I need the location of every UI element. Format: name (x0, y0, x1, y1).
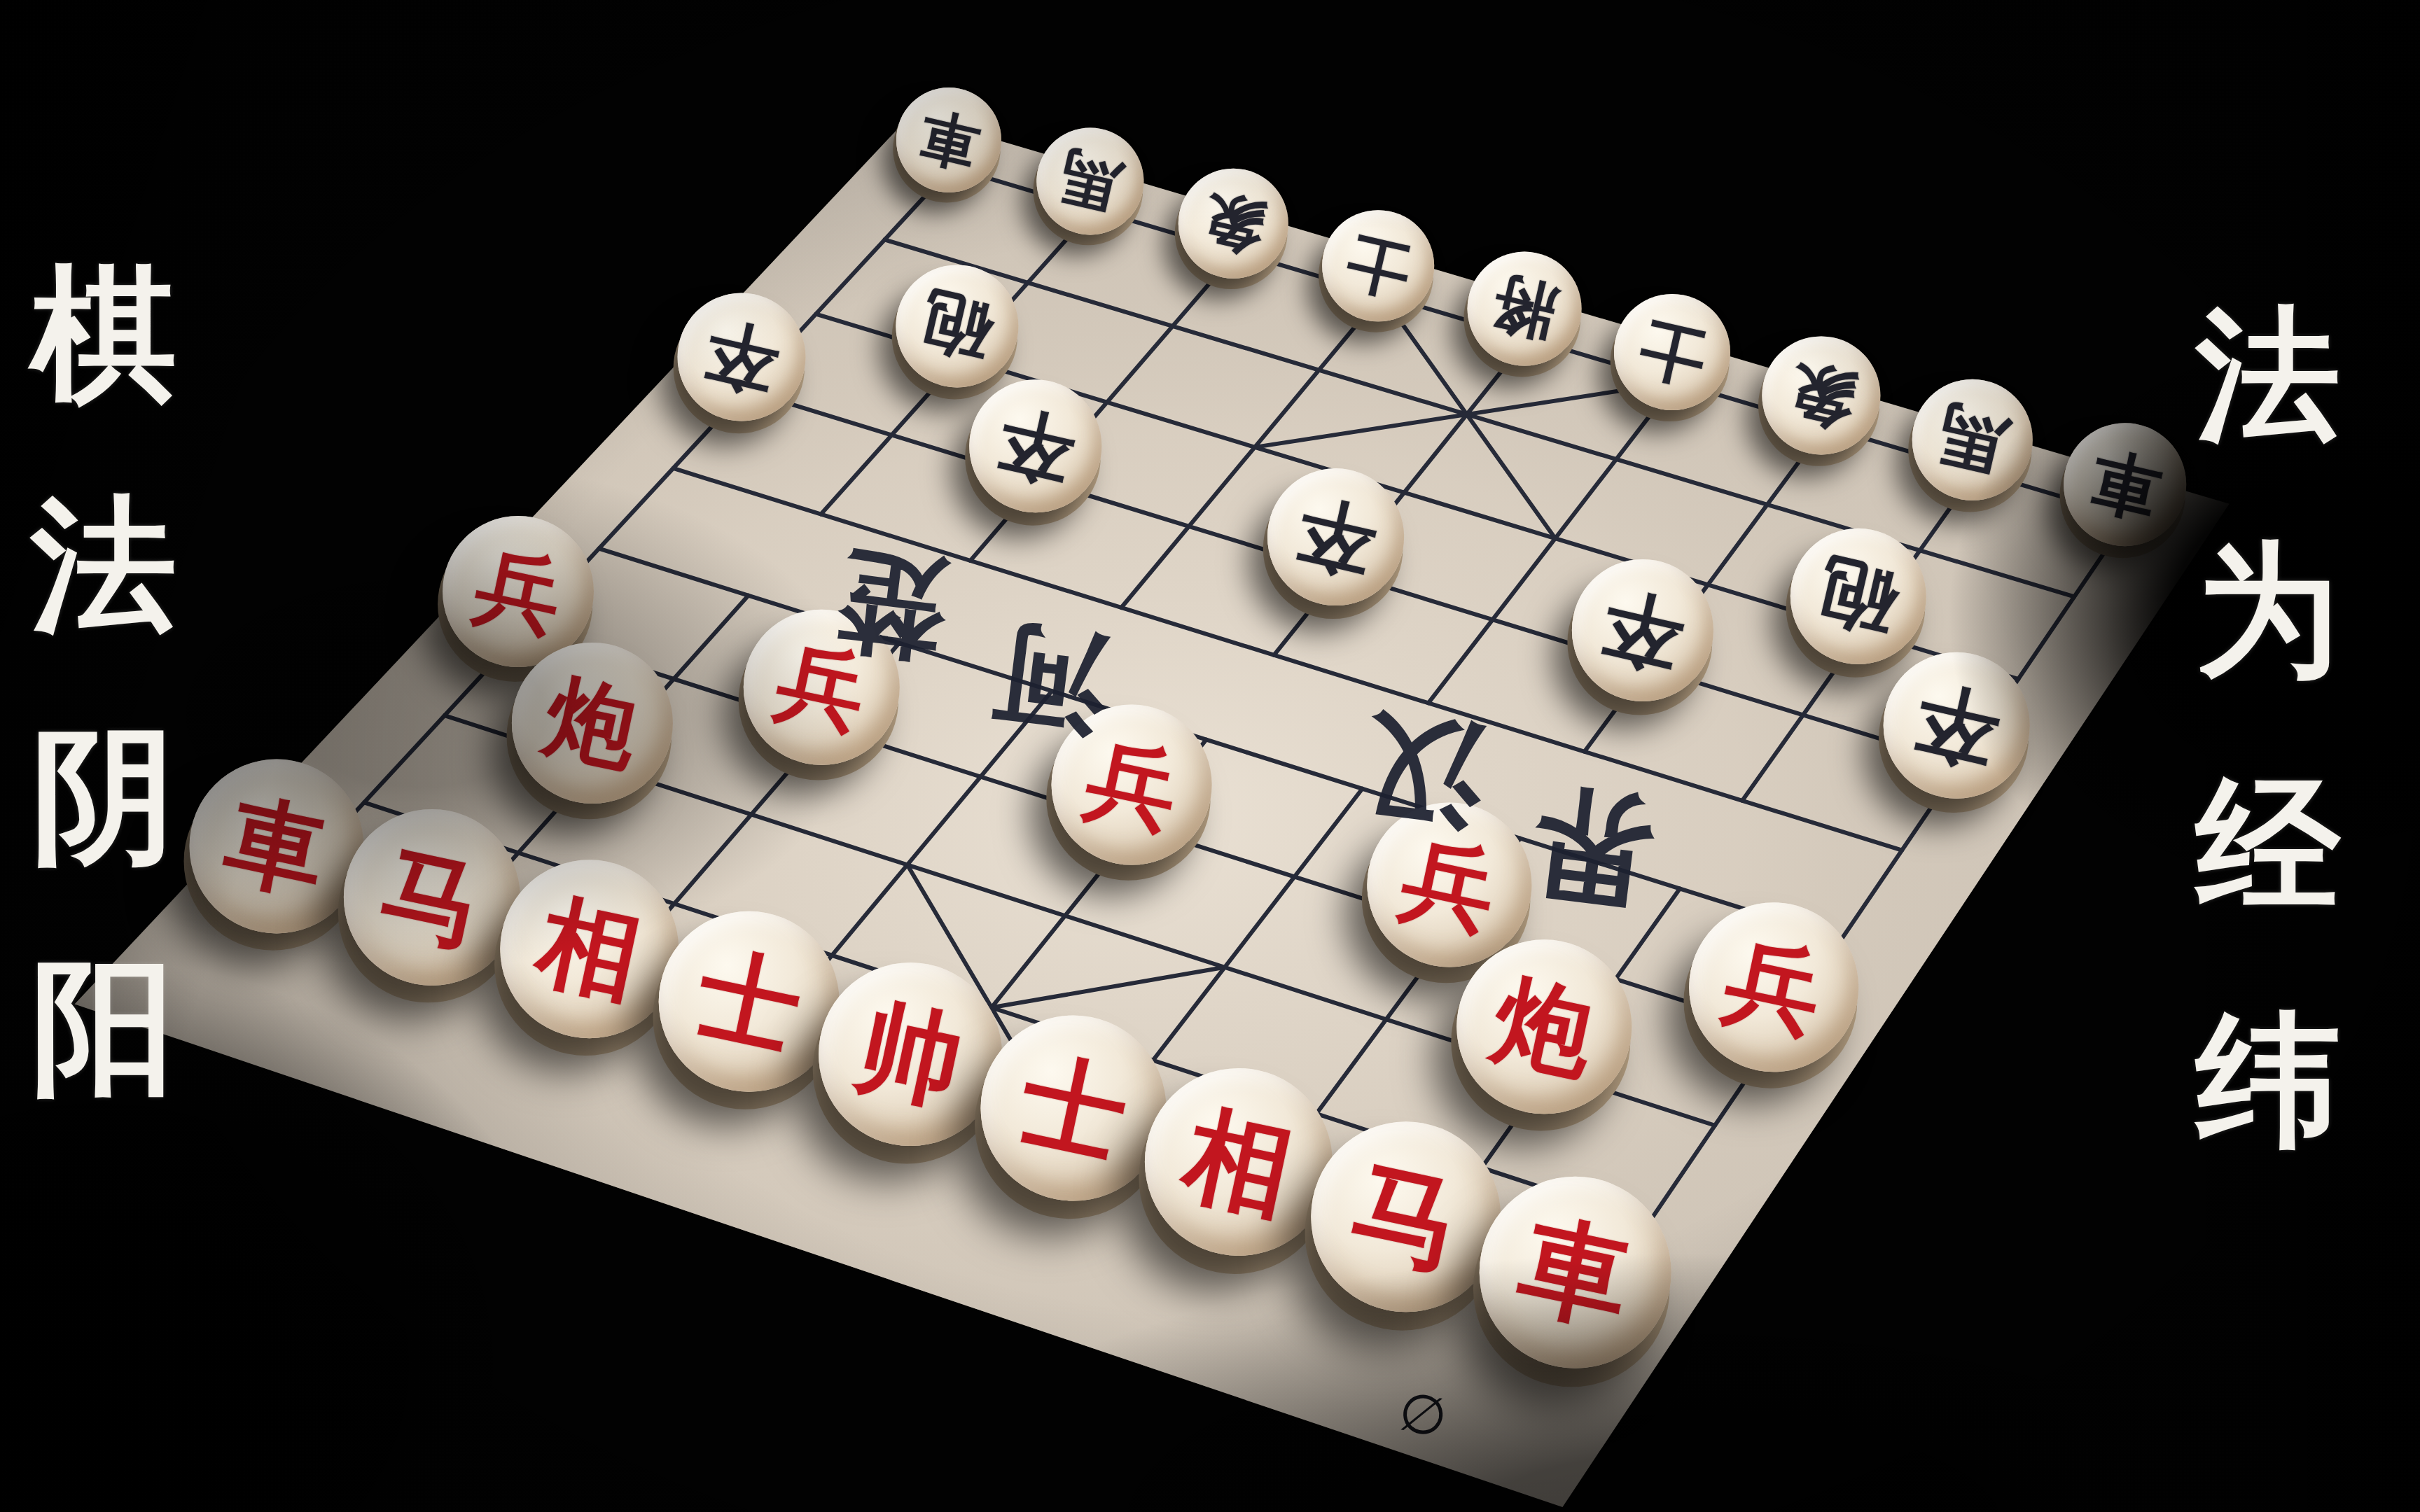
black-cannon-glyph: 砲 (916, 285, 999, 367)
red-horse-glyph: 马 (373, 839, 490, 956)
black-advisor-glyph: 士 (1633, 313, 1711, 391)
river-text-char: 汉 (1358, 706, 1489, 837)
piece-red-cannon-b3[interactable]: 炮 (512, 642, 673, 803)
piece-red-horse-h1[interactable]: 马 (1311, 1122, 1501, 1312)
calligraphy-char: 为 (2196, 538, 2340, 682)
red-soldier-glyph: 兵 (468, 541, 568, 641)
black-soldier-glyph: 卒 (699, 314, 785, 400)
piece-red-chariot-i1[interactable]: 車 (1479, 1176, 1671, 1368)
black-general-glyph: 將 (1486, 270, 1562, 346)
black-horse-glyph: 馬 (1054, 146, 1126, 218)
piece-black-soldier-a7[interactable]: 卒 (678, 293, 806, 421)
black-soldier-glyph: 卒 (991, 402, 1080, 491)
black-advisor-glyph: 士 (1341, 228, 1416, 303)
calligraphy-char: 棋 (31, 260, 176, 406)
black-elephant-glyph: 象 (1781, 356, 1861, 435)
piece-red-elephant-g1[interactable]: 相 (1145, 1068, 1333, 1256)
piece-black-general-e10[interactable]: 將 (1468, 252, 1582, 366)
piece-black-chariot-i10[interactable]: 車 (2064, 423, 2187, 547)
piece-red-elephant-c1[interactable]: 相 (500, 860, 679, 1038)
calligraphy-char: 阴 (31, 722, 176, 868)
calligraphy-char: 法 (31, 491, 176, 637)
piece-red-advisor-f1[interactable]: 士 (981, 1015, 1167, 1200)
black-soldier-glyph: 卒 (1290, 491, 1382, 583)
piece-black-soldier-c7[interactable]: 卒 (969, 379, 1101, 512)
piece-black-soldier-e7[interactable]: 卒 (1267, 468, 1405, 605)
piece-red-general-e1[interactable]: 帅 (819, 962, 1002, 1146)
right-calligraphy-fa-wei-jing-wei: 法 为 经 纬 (2196, 302, 2340, 1243)
river-text-char: 河 (989, 617, 1114, 743)
red-cannon-glyph: 炮 (1487, 969, 1603, 1085)
piece-black-soldier-g7[interactable]: 卒 (1572, 559, 1713, 701)
red-advisor-glyph: 士 (1012, 1046, 1135, 1170)
piece-red-cannon-h3[interactable]: 炮 (1457, 939, 1632, 1114)
calligraphy-char: 经 (2196, 773, 2340, 917)
black-soldier-glyph: 卒 (1907, 676, 2005, 774)
red-general-glyph: 帅 (849, 993, 971, 1115)
red-soldier-glyph: 兵 (1718, 931, 1830, 1043)
piece-red-soldier-i4[interactable]: 兵 (1690, 902, 1859, 1072)
piece-black-cannon-h8[interactable]: 砲 (1790, 528, 1926, 664)
piece-black-elephant-c10[interactable]: 象 (1178, 169, 1288, 278)
red-elephant-glyph: 相 (530, 890, 649, 1009)
piece-red-horse-b1[interactable]: 马 (344, 809, 520, 986)
piece-black-horse-h10[interactable]: 馬 (1912, 379, 2033, 500)
black-chariot-glyph: 車 (913, 105, 984, 176)
black-chariot-glyph: 車 (2084, 443, 2167, 526)
red-chariot-glyph: 車 (1512, 1208, 1639, 1336)
xiangqi-photo-scene: 車馬象士將士象馬車砲砲卒卒卒卒卒兵兵兵兵兵炮炮車马相士帅士相马車 楚河汉界∅ 棋… (0, 0, 2420, 1512)
black-cannon-glyph: 砲 (1812, 551, 1904, 643)
red-soldier-glyph: 兵 (1394, 830, 1503, 939)
left-calligraphy-qi-fa-yin-yang: 棋 法 阴 阳 (31, 260, 176, 1184)
piece-black-chariot-a10[interactable]: 車 (896, 87, 1001, 192)
piece-black-advisor-f10[interactable]: 士 (1614, 294, 1730, 410)
piece-black-cannon-b8[interactable]: 砲 (896, 265, 1018, 387)
piece-red-advisor-d1[interactable]: 士 (658, 911, 840, 1092)
piece-black-soldier-i7[interactable]: 卒 (1884, 652, 2030, 799)
black-soldier-glyph: 卒 (1595, 582, 1690, 678)
piece-red-chariot-a1[interactable]: 車 (189, 759, 363, 934)
red-chariot-glyph: 車 (218, 789, 334, 904)
calligraphy-char: 阳 (31, 953, 176, 1099)
red-elephant-glyph: 相 (1176, 1100, 1301, 1224)
piece-black-advisor-d10[interactable]: 士 (1322, 210, 1434, 322)
black-horse-glyph: 馬 (1932, 400, 2013, 481)
piece-black-horse-b10[interactable]: 馬 (1036, 128, 1143, 235)
river-text-char: 界 (1524, 780, 1660, 916)
river-text-char: 楚 (832, 547, 952, 667)
red-cannon-glyph: 炮 (538, 669, 646, 776)
red-horse-glyph: 马 (1343, 1154, 1469, 1280)
red-advisor-glyph: 士 (689, 941, 809, 1062)
piece-black-elephant-g10[interactable]: 象 (1762, 337, 1881, 455)
calligraphy-char: 法 (2196, 302, 2340, 447)
black-elephant-glyph: 象 (1197, 187, 1270, 260)
calligraphy-char: 纬 (2196, 1008, 2340, 1152)
